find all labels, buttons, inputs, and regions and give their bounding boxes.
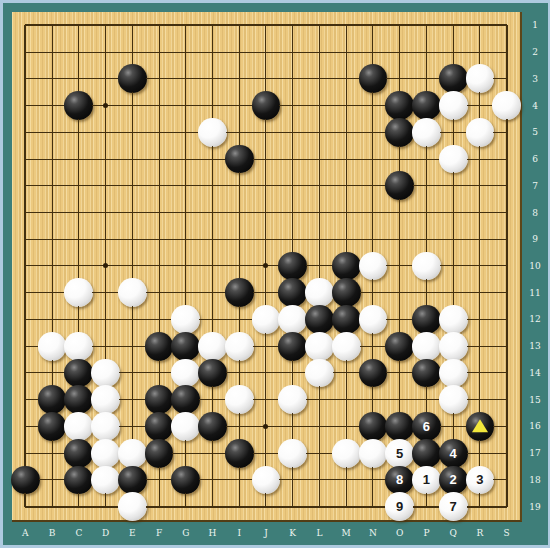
intersection-Q7[interactable] bbox=[440, 172, 467, 199]
intersection-I4[interactable] bbox=[226, 92, 253, 119]
intersection-K10[interactable] bbox=[279, 253, 306, 280]
intersection-E2[interactable] bbox=[119, 39, 146, 66]
intersection-K8[interactable] bbox=[279, 199, 306, 226]
intersection-S3[interactable] bbox=[493, 65, 520, 92]
intersection-F13[interactable] bbox=[146, 333, 173, 360]
intersection-I3[interactable] bbox=[226, 65, 253, 92]
intersection-O11[interactable] bbox=[386, 279, 413, 306]
intersection-L19[interactable] bbox=[306, 493, 333, 520]
intersection-A4[interactable] bbox=[12, 92, 39, 119]
intersection-I7[interactable] bbox=[226, 172, 253, 199]
intersection-E17[interactable] bbox=[119, 440, 146, 467]
intersection-A19[interactable] bbox=[12, 493, 39, 520]
intersection-B8[interactable] bbox=[39, 199, 66, 226]
intersection-D2[interactable] bbox=[92, 39, 119, 66]
intersection-G3[interactable] bbox=[172, 65, 199, 92]
intersection-R12[interactable] bbox=[467, 306, 494, 333]
intersection-Q16[interactable] bbox=[440, 413, 467, 440]
intersection-C9[interactable] bbox=[65, 226, 92, 253]
intersection-G15[interactable] bbox=[172, 386, 199, 413]
intersection-C11[interactable] bbox=[65, 279, 92, 306]
intersection-J14[interactable] bbox=[253, 360, 280, 387]
intersection-M19[interactable] bbox=[333, 493, 360, 520]
intersection-J5[interactable] bbox=[253, 119, 280, 146]
intersection-K19[interactable] bbox=[279, 493, 306, 520]
intersection-S14[interactable] bbox=[493, 360, 520, 387]
intersection-B18[interactable] bbox=[39, 467, 66, 494]
intersection-M2[interactable] bbox=[333, 39, 360, 66]
intersection-O5[interactable] bbox=[386, 119, 413, 146]
intersection-R15[interactable] bbox=[467, 386, 494, 413]
intersection-B13[interactable] bbox=[39, 333, 66, 360]
intersection-Q3[interactable] bbox=[440, 65, 467, 92]
intersection-O7[interactable] bbox=[386, 172, 413, 199]
intersection-M5[interactable] bbox=[333, 119, 360, 146]
intersection-L10[interactable] bbox=[306, 253, 333, 280]
intersection-I10[interactable] bbox=[226, 253, 253, 280]
intersection-A6[interactable] bbox=[12, 146, 39, 173]
intersection-R3[interactable] bbox=[467, 65, 494, 92]
intersection-E6[interactable] bbox=[119, 146, 146, 173]
intersection-S7[interactable] bbox=[493, 172, 520, 199]
intersection-L17[interactable] bbox=[306, 440, 333, 467]
intersection-P18[interactable]: 1 bbox=[413, 467, 440, 494]
intersection-H18[interactable] bbox=[199, 467, 226, 494]
intersection-F15[interactable] bbox=[146, 386, 173, 413]
intersection-C13[interactable] bbox=[65, 333, 92, 360]
intersection-R18[interactable]: 3 bbox=[467, 467, 494, 494]
intersection-G16[interactable] bbox=[172, 413, 199, 440]
intersection-R19[interactable] bbox=[467, 493, 494, 520]
intersection-F12[interactable] bbox=[146, 306, 173, 333]
intersection-N13[interactable] bbox=[360, 333, 387, 360]
intersection-M12[interactable] bbox=[333, 306, 360, 333]
intersection-O14[interactable] bbox=[386, 360, 413, 387]
intersection-G6[interactable] bbox=[172, 146, 199, 173]
intersection-R1[interactable] bbox=[467, 12, 494, 39]
intersection-B19[interactable] bbox=[39, 493, 66, 520]
intersection-P3[interactable] bbox=[413, 65, 440, 92]
intersection-D4[interactable] bbox=[92, 92, 119, 119]
intersection-A3[interactable] bbox=[12, 65, 39, 92]
intersection-J9[interactable] bbox=[253, 226, 280, 253]
intersection-B7[interactable] bbox=[39, 172, 66, 199]
intersection-H2[interactable] bbox=[199, 39, 226, 66]
intersection-C6[interactable] bbox=[65, 146, 92, 173]
intersection-O15[interactable] bbox=[386, 386, 413, 413]
intersection-I16[interactable] bbox=[226, 413, 253, 440]
intersection-R11[interactable] bbox=[467, 279, 494, 306]
intersection-H10[interactable] bbox=[199, 253, 226, 280]
intersection-I19[interactable] bbox=[226, 493, 253, 520]
intersection-L5[interactable] bbox=[306, 119, 333, 146]
intersection-I18[interactable] bbox=[226, 467, 253, 494]
intersection-C4[interactable] bbox=[65, 92, 92, 119]
intersection-J4[interactable] bbox=[253, 92, 280, 119]
intersection-O6[interactable] bbox=[386, 146, 413, 173]
intersection-P5[interactable] bbox=[413, 119, 440, 146]
intersection-S17[interactable] bbox=[493, 440, 520, 467]
intersection-A5[interactable] bbox=[12, 119, 39, 146]
intersection-G4[interactable] bbox=[172, 92, 199, 119]
intersection-J12[interactable] bbox=[253, 306, 280, 333]
intersection-O16[interactable] bbox=[386, 413, 413, 440]
intersection-S6[interactable] bbox=[493, 146, 520, 173]
intersection-M9[interactable] bbox=[333, 226, 360, 253]
intersection-M11[interactable] bbox=[333, 279, 360, 306]
intersection-J3[interactable] bbox=[253, 65, 280, 92]
intersection-E10[interactable] bbox=[119, 253, 146, 280]
intersection-P16[interactable]: 6 bbox=[413, 413, 440, 440]
intersection-M15[interactable] bbox=[333, 386, 360, 413]
intersection-N4[interactable] bbox=[360, 92, 387, 119]
intersection-N18[interactable] bbox=[360, 467, 387, 494]
intersection-N2[interactable] bbox=[360, 39, 387, 66]
intersection-E19[interactable] bbox=[119, 493, 146, 520]
intersection-S10[interactable] bbox=[493, 253, 520, 280]
intersection-H4[interactable] bbox=[199, 92, 226, 119]
intersection-A10[interactable] bbox=[12, 253, 39, 280]
intersection-A15[interactable] bbox=[12, 386, 39, 413]
intersection-P15[interactable] bbox=[413, 386, 440, 413]
intersection-M8[interactable] bbox=[333, 199, 360, 226]
intersection-B1[interactable] bbox=[39, 12, 66, 39]
intersection-R10[interactable] bbox=[467, 253, 494, 280]
intersection-O2[interactable] bbox=[386, 39, 413, 66]
intersection-Q19[interactable]: 7 bbox=[440, 493, 467, 520]
intersection-A13[interactable] bbox=[12, 333, 39, 360]
intersection-S8[interactable] bbox=[493, 199, 520, 226]
intersection-N16[interactable] bbox=[360, 413, 387, 440]
intersection-R6[interactable] bbox=[467, 146, 494, 173]
intersection-N9[interactable] bbox=[360, 226, 387, 253]
intersection-F19[interactable] bbox=[146, 493, 173, 520]
intersection-B5[interactable] bbox=[39, 119, 66, 146]
intersection-I5[interactable] bbox=[226, 119, 253, 146]
intersection-O13[interactable] bbox=[386, 333, 413, 360]
intersection-H7[interactable] bbox=[199, 172, 226, 199]
intersection-R5[interactable] bbox=[467, 119, 494, 146]
intersection-H1[interactable] bbox=[199, 12, 226, 39]
intersection-K6[interactable] bbox=[279, 146, 306, 173]
intersection-H12[interactable] bbox=[199, 306, 226, 333]
intersection-J18[interactable] bbox=[253, 467, 280, 494]
intersection-L15[interactable] bbox=[306, 386, 333, 413]
intersection-K3[interactable] bbox=[279, 65, 306, 92]
intersection-R8[interactable] bbox=[467, 199, 494, 226]
intersection-Q9[interactable] bbox=[440, 226, 467, 253]
intersection-R13[interactable] bbox=[467, 333, 494, 360]
intersection-Q12[interactable] bbox=[440, 306, 467, 333]
intersection-P10[interactable] bbox=[413, 253, 440, 280]
intersection-A16[interactable] bbox=[12, 413, 39, 440]
intersection-Q13[interactable] bbox=[440, 333, 467, 360]
intersection-P19[interactable] bbox=[413, 493, 440, 520]
intersection-C2[interactable] bbox=[65, 39, 92, 66]
intersection-C1[interactable] bbox=[65, 12, 92, 39]
intersection-S16[interactable] bbox=[493, 413, 520, 440]
intersection-N5[interactable] bbox=[360, 119, 387, 146]
intersection-C19[interactable] bbox=[65, 493, 92, 520]
intersection-Q17[interactable]: 4 bbox=[440, 440, 467, 467]
intersection-E14[interactable] bbox=[119, 360, 146, 387]
intersection-E16[interactable] bbox=[119, 413, 146, 440]
intersection-J16[interactable] bbox=[253, 413, 280, 440]
intersection-Q18[interactable]: 2 bbox=[440, 467, 467, 494]
intersection-D19[interactable] bbox=[92, 493, 119, 520]
intersection-Q10[interactable] bbox=[440, 253, 467, 280]
intersection-K14[interactable] bbox=[279, 360, 306, 387]
intersection-I13[interactable] bbox=[226, 333, 253, 360]
intersection-F18[interactable] bbox=[146, 467, 173, 494]
intersection-K4[interactable] bbox=[279, 92, 306, 119]
intersection-G10[interactable] bbox=[172, 253, 199, 280]
intersection-K11[interactable] bbox=[279, 279, 306, 306]
intersection-L14[interactable] bbox=[306, 360, 333, 387]
intersection-C5[interactable] bbox=[65, 119, 92, 146]
intersection-F9[interactable] bbox=[146, 226, 173, 253]
intersection-S15[interactable] bbox=[493, 386, 520, 413]
intersection-A8[interactable] bbox=[12, 199, 39, 226]
intersection-C7[interactable] bbox=[65, 172, 92, 199]
intersection-N19[interactable] bbox=[360, 493, 387, 520]
intersection-J7[interactable] bbox=[253, 172, 280, 199]
intersection-I9[interactable] bbox=[226, 226, 253, 253]
intersection-L7[interactable] bbox=[306, 172, 333, 199]
intersection-M14[interactable] bbox=[333, 360, 360, 387]
intersection-Q14[interactable] bbox=[440, 360, 467, 387]
intersection-K1[interactable] bbox=[279, 12, 306, 39]
intersection-E8[interactable] bbox=[119, 199, 146, 226]
intersection-I8[interactable] bbox=[226, 199, 253, 226]
intersection-G8[interactable] bbox=[172, 199, 199, 226]
intersection-F10[interactable] bbox=[146, 253, 173, 280]
intersection-F7[interactable] bbox=[146, 172, 173, 199]
intersection-O9[interactable] bbox=[386, 226, 413, 253]
intersection-L18[interactable] bbox=[306, 467, 333, 494]
intersection-O8[interactable] bbox=[386, 199, 413, 226]
intersection-J6[interactable] bbox=[253, 146, 280, 173]
intersection-C14[interactable] bbox=[65, 360, 92, 387]
intersection-R2[interactable] bbox=[467, 39, 494, 66]
intersection-I15[interactable] bbox=[226, 386, 253, 413]
intersection-O12[interactable] bbox=[386, 306, 413, 333]
intersection-M18[interactable] bbox=[333, 467, 360, 494]
intersection-F5[interactable] bbox=[146, 119, 173, 146]
intersection-H19[interactable] bbox=[199, 493, 226, 520]
intersection-R9[interactable] bbox=[467, 226, 494, 253]
intersection-E7[interactable] bbox=[119, 172, 146, 199]
intersection-O3[interactable] bbox=[386, 65, 413, 92]
intersection-H13[interactable] bbox=[199, 333, 226, 360]
intersection-E12[interactable] bbox=[119, 306, 146, 333]
intersection-P8[interactable] bbox=[413, 199, 440, 226]
intersection-M13[interactable] bbox=[333, 333, 360, 360]
intersection-O18[interactable]: 8 bbox=[386, 467, 413, 494]
intersection-D10[interactable] bbox=[92, 253, 119, 280]
intersection-L8[interactable] bbox=[306, 199, 333, 226]
intersection-H17[interactable] bbox=[199, 440, 226, 467]
intersection-D11[interactable] bbox=[92, 279, 119, 306]
intersection-A1[interactable] bbox=[12, 12, 39, 39]
intersection-Q15[interactable] bbox=[440, 386, 467, 413]
intersection-B9[interactable] bbox=[39, 226, 66, 253]
intersection-A14[interactable] bbox=[12, 360, 39, 387]
intersection-S13[interactable] bbox=[493, 333, 520, 360]
intersection-F4[interactable] bbox=[146, 92, 173, 119]
intersection-O4[interactable] bbox=[386, 92, 413, 119]
intersection-A18[interactable] bbox=[12, 467, 39, 494]
intersection-N11[interactable] bbox=[360, 279, 387, 306]
intersection-F2[interactable] bbox=[146, 39, 173, 66]
intersection-B15[interactable] bbox=[39, 386, 66, 413]
intersection-A2[interactable] bbox=[12, 39, 39, 66]
intersection-F1[interactable] bbox=[146, 12, 173, 39]
intersection-E3[interactable] bbox=[119, 65, 146, 92]
intersection-S19[interactable] bbox=[493, 493, 520, 520]
intersection-B12[interactable] bbox=[39, 306, 66, 333]
intersection-H5[interactable] bbox=[199, 119, 226, 146]
intersection-K5[interactable] bbox=[279, 119, 306, 146]
intersection-F6[interactable] bbox=[146, 146, 173, 173]
intersection-G12[interactable] bbox=[172, 306, 199, 333]
intersection-C18[interactable] bbox=[65, 467, 92, 494]
intersection-J17[interactable] bbox=[253, 440, 280, 467]
intersection-B16[interactable] bbox=[39, 413, 66, 440]
intersection-N14[interactable] bbox=[360, 360, 387, 387]
intersection-G14[interactable] bbox=[172, 360, 199, 387]
intersection-D8[interactable] bbox=[92, 199, 119, 226]
intersection-K15[interactable] bbox=[279, 386, 306, 413]
intersection-G18[interactable] bbox=[172, 467, 199, 494]
intersection-J10[interactable] bbox=[253, 253, 280, 280]
intersection-S9[interactable] bbox=[493, 226, 520, 253]
intersection-M4[interactable] bbox=[333, 92, 360, 119]
intersection-E13[interactable] bbox=[119, 333, 146, 360]
intersection-P2[interactable] bbox=[413, 39, 440, 66]
intersection-K2[interactable] bbox=[279, 39, 306, 66]
intersection-A12[interactable] bbox=[12, 306, 39, 333]
intersection-R7[interactable] bbox=[467, 172, 494, 199]
intersection-C17[interactable] bbox=[65, 440, 92, 467]
intersection-M6[interactable] bbox=[333, 146, 360, 173]
intersection-P4[interactable] bbox=[413, 92, 440, 119]
intersection-F17[interactable] bbox=[146, 440, 173, 467]
intersection-S4[interactable] bbox=[493, 92, 520, 119]
intersection-N17[interactable] bbox=[360, 440, 387, 467]
intersection-Q4[interactable] bbox=[440, 92, 467, 119]
intersection-D17[interactable] bbox=[92, 440, 119, 467]
intersection-D18[interactable] bbox=[92, 467, 119, 494]
intersection-C15[interactable] bbox=[65, 386, 92, 413]
intersection-H9[interactable] bbox=[199, 226, 226, 253]
intersection-Q1[interactable] bbox=[440, 12, 467, 39]
intersection-K7[interactable] bbox=[279, 172, 306, 199]
intersection-C8[interactable] bbox=[65, 199, 92, 226]
intersection-E4[interactable] bbox=[119, 92, 146, 119]
intersection-G9[interactable] bbox=[172, 226, 199, 253]
intersection-J1[interactable] bbox=[253, 12, 280, 39]
intersection-S18[interactable] bbox=[493, 467, 520, 494]
intersection-B10[interactable] bbox=[39, 253, 66, 280]
intersection-L9[interactable] bbox=[306, 226, 333, 253]
intersection-B11[interactable] bbox=[39, 279, 66, 306]
intersection-H11[interactable] bbox=[199, 279, 226, 306]
intersection-D9[interactable] bbox=[92, 226, 119, 253]
intersection-E5[interactable] bbox=[119, 119, 146, 146]
intersection-I12[interactable] bbox=[226, 306, 253, 333]
intersection-H8[interactable] bbox=[199, 199, 226, 226]
intersection-B6[interactable] bbox=[39, 146, 66, 173]
intersection-H3[interactable] bbox=[199, 65, 226, 92]
intersection-P9[interactable] bbox=[413, 226, 440, 253]
intersection-Q5[interactable] bbox=[440, 119, 467, 146]
intersection-P14[interactable] bbox=[413, 360, 440, 387]
intersection-P13[interactable] bbox=[413, 333, 440, 360]
intersection-G1[interactable] bbox=[172, 12, 199, 39]
intersection-D12[interactable] bbox=[92, 306, 119, 333]
intersection-C16[interactable] bbox=[65, 413, 92, 440]
intersection-L11[interactable] bbox=[306, 279, 333, 306]
intersection-D16[interactable] bbox=[92, 413, 119, 440]
intersection-I6[interactable] bbox=[226, 146, 253, 173]
intersection-H14[interactable] bbox=[199, 360, 226, 387]
intersection-B14[interactable] bbox=[39, 360, 66, 387]
intersection-F16[interactable] bbox=[146, 413, 173, 440]
intersection-D3[interactable] bbox=[92, 65, 119, 92]
intersection-G5[interactable] bbox=[172, 119, 199, 146]
intersection-N7[interactable] bbox=[360, 172, 387, 199]
intersection-J13[interactable] bbox=[253, 333, 280, 360]
intersection-L6[interactable] bbox=[306, 146, 333, 173]
intersection-D5[interactable] bbox=[92, 119, 119, 146]
intersection-Q8[interactable] bbox=[440, 199, 467, 226]
intersection-L3[interactable] bbox=[306, 65, 333, 92]
intersection-I14[interactable] bbox=[226, 360, 253, 387]
intersection-S1[interactable] bbox=[493, 12, 520, 39]
intersection-N12[interactable] bbox=[360, 306, 387, 333]
intersection-E18[interactable] bbox=[119, 467, 146, 494]
intersection-Q2[interactable] bbox=[440, 39, 467, 66]
intersection-N1[interactable] bbox=[360, 12, 387, 39]
intersection-I1[interactable] bbox=[226, 12, 253, 39]
intersection-R4[interactable] bbox=[467, 92, 494, 119]
intersection-J8[interactable] bbox=[253, 199, 280, 226]
intersection-G7[interactable] bbox=[172, 172, 199, 199]
intersection-O19[interactable]: 9 bbox=[386, 493, 413, 520]
intersection-G19[interactable] bbox=[172, 493, 199, 520]
intersection-I11[interactable] bbox=[226, 279, 253, 306]
intersection-J15[interactable] bbox=[253, 386, 280, 413]
intersection-L13[interactable] bbox=[306, 333, 333, 360]
intersection-K17[interactable] bbox=[279, 440, 306, 467]
intersection-P17[interactable] bbox=[413, 440, 440, 467]
intersection-D15[interactable] bbox=[92, 386, 119, 413]
intersection-A11[interactable] bbox=[12, 279, 39, 306]
intersection-R16[interactable] bbox=[467, 413, 494, 440]
intersection-R14[interactable] bbox=[467, 360, 494, 387]
intersection-B3[interactable] bbox=[39, 65, 66, 92]
intersection-P7[interactable] bbox=[413, 172, 440, 199]
intersection-P1[interactable] bbox=[413, 12, 440, 39]
intersection-G13[interactable] bbox=[172, 333, 199, 360]
intersection-L16[interactable] bbox=[306, 413, 333, 440]
intersection-F14[interactable] bbox=[146, 360, 173, 387]
intersection-K12[interactable] bbox=[279, 306, 306, 333]
intersection-P11[interactable] bbox=[413, 279, 440, 306]
intersection-S5[interactable] bbox=[493, 119, 520, 146]
intersection-L1[interactable] bbox=[306, 12, 333, 39]
